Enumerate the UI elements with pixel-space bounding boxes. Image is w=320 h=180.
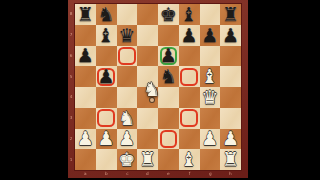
square-c1[interactable]: ♚︎ [117, 149, 138, 170]
square-g7[interactable]: ♟︎ [200, 25, 221, 46]
piece-bP-g7[interactable]: ♟︎ [201, 26, 218, 45]
red-highlight-f3 [180, 109, 198, 127]
square-c8[interactable] [117, 4, 138, 25]
square-h5[interactable] [220, 66, 241, 87]
file-label-d: d [140, 172, 155, 176]
square-c7[interactable]: ♛︎ [117, 25, 138, 46]
piece-bP-f7[interactable]: ♟︎ [181, 26, 198, 45]
file-label-b: b [99, 172, 114, 176]
square-c4[interactable] [117, 87, 138, 108]
piece-wP-h2[interactable]: ♟︎ [222, 129, 239, 148]
piece-bP-e6[interactable]: ♟︎ [160, 46, 177, 65]
square-b7[interactable]: ♝︎ [96, 25, 117, 46]
square-e4[interactable] [158, 87, 179, 108]
square-e5[interactable]: ♞︎ [158, 66, 179, 87]
square-e2[interactable] [158, 129, 179, 150]
square-h1[interactable]: ♜︎ [220, 149, 241, 170]
square-f5[interactable] [179, 66, 200, 87]
piece-wB-f1[interactable]: ♝︎ [181, 150, 198, 169]
rank-label-6: 6 [69, 54, 73, 58]
square-g2[interactable]: ♟︎ [200, 129, 221, 150]
square-d8[interactable] [137, 4, 158, 25]
square-g3[interactable] [200, 108, 221, 129]
piece-bQ-c7[interactable]: ♛︎ [118, 26, 135, 45]
square-h7[interactable]: ♟︎ [220, 25, 241, 46]
rank-label-5: 5 [69, 75, 73, 79]
square-c3[interactable]: ♞︎ [117, 108, 138, 129]
file-label-h: h [223, 172, 238, 176]
square-b1[interactable] [96, 149, 117, 170]
square-g4[interactable]: ♛︎ [200, 87, 221, 108]
rank-label-4: 4 [69, 95, 73, 99]
square-b2[interactable]: ♟︎ [96, 129, 117, 150]
rank-label-1: 1 [69, 158, 73, 162]
piece-bP-h7[interactable]: ♟︎ [222, 26, 239, 45]
piece-bP-b5[interactable]: ♟︎ [98, 67, 115, 86]
square-d6[interactable] [137, 46, 158, 67]
file-label-g: g [203, 172, 218, 176]
piece-wP-a2[interactable]: ♟︎ [77, 129, 94, 148]
piece-wP-c2[interactable]: ♟︎ [118, 129, 135, 148]
square-f3[interactable] [179, 108, 200, 129]
file-label-c: c [120, 172, 135, 176]
piece-wP-g2[interactable]: ♟︎ [201, 129, 218, 148]
square-b3[interactable] [96, 108, 117, 129]
piece-bN-b8[interactable]: ♞︎ [98, 5, 115, 24]
red-highlight-f5 [180, 68, 198, 86]
square-f6[interactable] [179, 46, 200, 67]
piece-bN-e5[interactable]: ♞︎ [160, 67, 177, 86]
dragged-piece-wN[interactable]: ♞︎ [143, 79, 160, 98]
square-a2[interactable]: ♟︎ [75, 129, 96, 150]
square-e3[interactable] [158, 108, 179, 129]
square-e6[interactable]: ♟︎ [158, 46, 179, 67]
rank-label-8: 8 [69, 12, 73, 16]
square-f2[interactable] [179, 129, 200, 150]
square-h6[interactable] [220, 46, 241, 67]
square-d2[interactable] [137, 129, 158, 150]
square-e7[interactable] [158, 25, 179, 46]
chess-board: ♜︎♞︎♚︎♝︎♜︎♝︎♛︎♟︎♟︎♟︎♟︎♟︎♟︎♞︎♝︎♛︎♞︎♟︎♟︎♟︎… [75, 4, 241, 170]
square-f7[interactable]: ♟︎ [179, 25, 200, 46]
square-h4[interactable] [220, 87, 241, 108]
square-c2[interactable]: ♟︎ [117, 129, 138, 150]
square-a3[interactable] [75, 108, 96, 129]
square-b6[interactable] [96, 46, 117, 67]
piece-bK-e8[interactable]: ♚︎ [160, 5, 177, 24]
piece-bB-f8[interactable]: ♝︎ [181, 5, 198, 24]
square-g1[interactable] [200, 149, 221, 170]
piece-wQ-g4[interactable]: ♛︎ [201, 88, 218, 107]
piece-wP-b2[interactable]: ♟︎ [98, 129, 115, 148]
piece-bR-a8[interactable]: ♜︎ [77, 5, 94, 24]
square-a5[interactable] [75, 66, 96, 87]
chess-board-frame: ♜︎♞︎♚︎♝︎♜︎♝︎♛︎♟︎♟︎♟︎♟︎♟︎♟︎♞︎♝︎♛︎♞︎♟︎♟︎♟︎… [68, 0, 248, 178]
video-frame: ♜︎♞︎♚︎♝︎♜︎♝︎♛︎♟︎♟︎♟︎♟︎♟︎♟︎♞︎♝︎♛︎♞︎♟︎♟︎♟︎… [0, 0, 320, 180]
file-label-e: e [161, 172, 176, 176]
square-f4[interactable] [179, 87, 200, 108]
red-highlight-e2 [160, 130, 178, 148]
piece-bP-a6[interactable]: ♟︎ [77, 46, 94, 65]
square-b5[interactable]: ♟︎ [96, 66, 117, 87]
square-c6[interactable] [117, 46, 138, 67]
piece-bB-b7[interactable]: ♝︎ [98, 26, 115, 45]
piece-wR-d1[interactable]: ♜︎ [139, 150, 156, 169]
rank-label-7: 7 [69, 33, 73, 37]
square-a6[interactable]: ♟︎ [75, 46, 96, 67]
piece-bR-h8[interactable]: ♜︎ [222, 5, 239, 24]
square-e8[interactable]: ♚︎ [158, 4, 179, 25]
file-label-a: a [78, 172, 93, 176]
square-g5[interactable]: ♝︎ [200, 66, 221, 87]
square-b8[interactable]: ♞︎ [96, 4, 117, 25]
square-f8[interactable]: ♝︎ [179, 4, 200, 25]
square-d1[interactable]: ♜︎ [137, 149, 158, 170]
piece-wK-c1[interactable]: ♚︎ [118, 150, 135, 169]
square-a8[interactable]: ♜︎ [75, 4, 96, 25]
square-a7[interactable] [75, 25, 96, 46]
rank-label-3: 3 [69, 116, 73, 120]
square-g6[interactable] [200, 46, 221, 67]
square-h2[interactable]: ♟︎ [220, 129, 241, 150]
red-highlight-c6 [118, 47, 136, 65]
square-d7[interactable] [137, 25, 158, 46]
square-a1[interactable] [75, 149, 96, 170]
square-f1[interactable]: ♝︎ [179, 149, 200, 170]
square-b4[interactable] [96, 87, 117, 108]
square-c5[interactable] [117, 66, 138, 87]
square-a4[interactable] [75, 87, 96, 108]
rank-label-2: 2 [69, 137, 73, 141]
piece-wB-g5[interactable]: ♝︎ [201, 67, 218, 86]
piece-wR-h1[interactable]: ♜︎ [222, 150, 239, 169]
piece-wN-c3[interactable]: ♞︎ [118, 109, 135, 128]
square-e1[interactable] [158, 149, 179, 170]
file-label-f: f [182, 172, 197, 176]
square-h8[interactable]: ♜︎ [220, 4, 241, 25]
square-g8[interactable] [200, 4, 221, 25]
square-h3[interactable] [220, 108, 241, 129]
square-d3[interactable] [137, 108, 158, 129]
red-highlight-b3 [97, 109, 115, 127]
